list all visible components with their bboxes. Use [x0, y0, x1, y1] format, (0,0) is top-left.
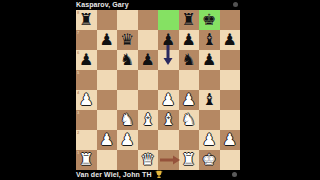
square-d4[interactable] [138, 90, 159, 110]
white-bishop[interactable]: ♝ [158, 110, 179, 130]
square-g8[interactable]: ♚ [199, 10, 220, 30]
square-f6[interactable]: ♞ [179, 50, 200, 70]
square-f8[interactable]: ♜ [179, 10, 200, 30]
square-e3[interactable]: ♝ [158, 110, 179, 130]
white-rook[interactable]: ♜ [179, 150, 200, 170]
square-e4[interactable]: ♟ [158, 90, 179, 110]
square-a1[interactable]: 1♜ [76, 150, 97, 170]
square-a5[interactable]: 5 [76, 70, 97, 90]
square-a2[interactable]: 2 [76, 130, 97, 150]
square-c4[interactable] [117, 90, 138, 110]
square-d2[interactable] [138, 130, 159, 150]
black-queen[interactable]: ♛ [117, 30, 138, 50]
square-c2[interactable]: ♟ [117, 130, 138, 150]
black-pawn[interactable]: ♟ [179, 30, 200, 50]
white-pawn[interactable]: ♟ [76, 90, 97, 110]
rank-label-7: 7 [77, 30, 79, 35]
white-queen[interactable]: ♛ [138, 150, 159, 170]
bottom-status-dot-icon[interactable] [232, 172, 237, 177]
square-e7[interactable]: ♟ [158, 30, 179, 50]
square-e6[interactable] [158, 50, 179, 70]
white-pawn[interactable]: ♟ [97, 130, 118, 150]
chess-board: 8♜♜♚7♟♛♟♟♝♟6♟♞♟♞♟54♟♟♟♝3♞♝♝♞2♟♟♟♟1♜♛♜♚ [76, 10, 240, 170]
bottom-player-name: Van der Wiel, John TH [76, 171, 152, 178]
square-h8[interactable] [220, 10, 241, 30]
white-king[interactable]: ♚ [199, 150, 220, 170]
square-g3[interactable] [199, 110, 220, 130]
square-f2[interactable] [179, 130, 200, 150]
square-a7[interactable]: 7 [76, 30, 97, 50]
square-c5[interactable] [117, 70, 138, 90]
square-e2[interactable] [158, 130, 179, 150]
trophy-icon [155, 170, 163, 179]
square-a3[interactable]: 3 [76, 110, 97, 130]
black-pawn[interactable]: ♟ [138, 50, 159, 70]
white-pawn[interactable]: ♟ [220, 130, 241, 150]
square-h1[interactable] [220, 150, 241, 170]
square-g2[interactable]: ♟ [199, 130, 220, 150]
square-g4[interactable]: ♝ [199, 90, 220, 110]
square-b3[interactable] [97, 110, 118, 130]
square-b2[interactable]: ♟ [97, 130, 118, 150]
square-g6[interactable]: ♟ [199, 50, 220, 70]
white-knight[interactable]: ♞ [117, 110, 138, 130]
square-d6[interactable]: ♟ [138, 50, 159, 70]
square-e5[interactable] [158, 70, 179, 90]
square-h7[interactable]: ♟ [220, 30, 241, 50]
square-c8[interactable] [117, 10, 138, 30]
square-b7[interactable]: ♟ [97, 30, 118, 50]
rank-label-2: 2 [77, 130, 79, 135]
black-king[interactable]: ♚ [199, 10, 220, 30]
square-g1[interactable]: ♚ [199, 150, 220, 170]
white-knight[interactable]: ♞ [179, 110, 200, 130]
square-c3[interactable]: ♞ [117, 110, 138, 130]
black-pawn[interactable]: ♟ [220, 30, 241, 50]
black-rook[interactable]: ♜ [179, 10, 200, 30]
black-pawn[interactable]: ♟ [158, 30, 179, 50]
black-bishop[interactable]: ♝ [199, 90, 220, 110]
black-pawn[interactable]: ♟ [199, 50, 220, 70]
white-pawn[interactable]: ♟ [199, 130, 220, 150]
chess-app-screen: Kasparov, Gary 8♜♜♚7♟♛♟♟♝♟6♟♞♟♞♟54♟♟♟♝3♞… [0, 0, 320, 180]
white-pawn[interactable]: ♟ [179, 90, 200, 110]
square-a6[interactable]: 6♟ [76, 50, 97, 70]
square-f1[interactable]: ♜ [179, 150, 200, 170]
top-status-dot-icon[interactable] [233, 2, 238, 7]
square-a4[interactable]: 4♟ [76, 90, 97, 110]
square-e1[interactable] [158, 150, 179, 170]
top-player-bar: Kasparov, Gary [76, 1, 129, 8]
square-h4[interactable] [220, 90, 241, 110]
top-player-name: Kasparov, Gary [76, 1, 129, 8]
square-f4[interactable]: ♟ [179, 90, 200, 110]
square-h6[interactable] [220, 50, 241, 70]
bottom-player-bar: Van der Wiel, John TH [76, 170, 163, 179]
white-pawn[interactable]: ♟ [158, 90, 179, 110]
square-b4[interactable] [97, 90, 118, 110]
black-rook[interactable]: ♜ [76, 10, 97, 30]
rank-label-5: 5 [77, 70, 79, 75]
white-rook[interactable]: ♜ [76, 150, 97, 170]
square-b8[interactable] [97, 10, 118, 30]
square-d1[interactable]: ♛ [138, 150, 159, 170]
square-c7[interactable]: ♛ [117, 30, 138, 50]
white-pawn[interactable]: ♟ [117, 130, 138, 150]
square-d5[interactable] [138, 70, 159, 90]
square-f3[interactable]: ♞ [179, 110, 200, 130]
square-f7[interactable]: ♟ [179, 30, 200, 50]
square-f5[interactable] [179, 70, 200, 90]
square-h2[interactable]: ♟ [220, 130, 241, 150]
square-b1[interactable] [97, 150, 118, 170]
square-g7[interactable]: ♝ [199, 30, 220, 50]
white-bishop[interactable]: ♝ [138, 110, 159, 130]
square-h5[interactable] [220, 70, 241, 90]
square-e8[interactable] [158, 10, 179, 30]
black-bishop[interactable]: ♝ [199, 30, 220, 50]
square-b6[interactable] [97, 50, 118, 70]
square-h3[interactable] [220, 110, 241, 130]
square-b5[interactable] [97, 70, 118, 90]
square-d8[interactable] [138, 10, 159, 30]
square-c6[interactable]: ♞ [117, 50, 138, 70]
black-pawn[interactable]: ♟ [76, 50, 97, 70]
square-d7[interactable] [138, 30, 159, 50]
square-a8[interactable]: 8♜ [76, 10, 97, 30]
black-knight[interactable]: ♞ [117, 50, 138, 70]
black-pawn[interactable]: ♟ [97, 30, 118, 50]
square-c1[interactable] [117, 150, 138, 170]
black-knight[interactable]: ♞ [179, 50, 200, 70]
square-g5[interactable] [199, 70, 220, 90]
square-d3[interactable]: ♝ [138, 110, 159, 130]
rank-label-3: 3 [77, 110, 79, 115]
